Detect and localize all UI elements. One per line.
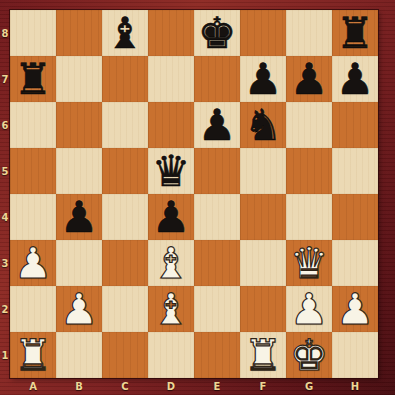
square-c5[interactable]	[102, 148, 148, 194]
square-g8[interactable]	[286, 10, 332, 56]
square-a5[interactable]	[10, 148, 56, 194]
square-e7[interactable]	[194, 56, 240, 102]
square-a3[interactable]: ♟	[10, 240, 56, 286]
square-g7[interactable]: ♟	[286, 56, 332, 102]
rank-label-1: 1	[0, 332, 10, 378]
square-b2[interactable]: ♟	[56, 286, 102, 332]
square-b6[interactable]	[56, 102, 102, 148]
white-pawn[interactable]: ♟	[60, 286, 99, 332]
square-c1[interactable]	[102, 332, 148, 378]
white-bishop[interactable]: ♝	[152, 240, 191, 286]
black-pawn[interactable]: ♟	[290, 56, 329, 102]
square-b5[interactable]	[56, 148, 102, 194]
square-f2[interactable]	[240, 286, 286, 332]
square-d4[interactable]: ♟	[148, 194, 194, 240]
white-pawn[interactable]: ♟	[336, 286, 375, 332]
square-g1[interactable]: ♚	[286, 332, 332, 378]
square-d1[interactable]	[148, 332, 194, 378]
file-label-f: F	[240, 378, 286, 395]
square-d3[interactable]: ♝	[148, 240, 194, 286]
square-g2[interactable]: ♟	[286, 286, 332, 332]
file-label-g: G	[286, 378, 332, 395]
black-pawn[interactable]: ♟	[198, 102, 237, 148]
square-f5[interactable]	[240, 148, 286, 194]
square-f4[interactable]	[240, 194, 286, 240]
black-pawn[interactable]: ♟	[60, 194, 99, 240]
square-d8[interactable]	[148, 10, 194, 56]
black-pawn[interactable]: ♟	[152, 194, 191, 240]
rank-label-8: 8	[0, 10, 10, 56]
chess-board: ♝♚♜♜♟♟♟♟♞♛♟♟♟♝♛♟♝♟♟♜♜♚	[10, 10, 378, 378]
black-pawn[interactable]: ♟	[244, 56, 283, 102]
square-g6[interactable]	[286, 102, 332, 148]
rank-label-4: 4	[0, 194, 10, 240]
square-h8[interactable]: ♜	[332, 10, 378, 56]
file-label-a: A	[10, 378, 56, 395]
file-label-b: B	[56, 378, 102, 395]
square-e5[interactable]	[194, 148, 240, 194]
file-label-d: D	[148, 378, 194, 395]
file-label-h: H	[332, 378, 378, 395]
square-e1[interactable]	[194, 332, 240, 378]
square-f8[interactable]	[240, 10, 286, 56]
file-label-c: C	[102, 378, 148, 395]
square-b7[interactable]	[56, 56, 102, 102]
square-c4[interactable]	[102, 194, 148, 240]
square-a8[interactable]	[10, 10, 56, 56]
square-a7[interactable]: ♜	[10, 56, 56, 102]
black-rook[interactable]: ♜	[14, 56, 53, 102]
square-f6[interactable]: ♞	[240, 102, 286, 148]
rank-label-5: 5	[0, 148, 10, 194]
square-d6[interactable]	[148, 102, 194, 148]
rank-label-6: 6	[0, 102, 10, 148]
square-b8[interactable]	[56, 10, 102, 56]
square-c3[interactable]	[102, 240, 148, 286]
rank-label-2: 2	[0, 286, 10, 332]
white-pawn[interactable]: ♟	[290, 286, 329, 332]
square-h5[interactable]	[332, 148, 378, 194]
square-h7[interactable]: ♟	[332, 56, 378, 102]
square-f1[interactable]: ♜	[240, 332, 286, 378]
square-a4[interactable]	[10, 194, 56, 240]
square-c8[interactable]: ♝	[102, 10, 148, 56]
black-knight[interactable]: ♞	[244, 102, 283, 148]
square-d2[interactable]: ♝	[148, 286, 194, 332]
square-g5[interactable]	[286, 148, 332, 194]
square-e8[interactable]: ♚	[194, 10, 240, 56]
square-b4[interactable]: ♟	[56, 194, 102, 240]
white-queen[interactable]: ♛	[290, 240, 329, 286]
square-g4[interactable]	[286, 194, 332, 240]
square-f3[interactable]	[240, 240, 286, 286]
square-f7[interactable]: ♟	[240, 56, 286, 102]
square-c2[interactable]	[102, 286, 148, 332]
white-bishop[interactable]: ♝	[152, 286, 191, 332]
white-rook[interactable]: ♜	[14, 332, 53, 378]
square-e4[interactable]	[194, 194, 240, 240]
square-g3[interactable]: ♛	[286, 240, 332, 286]
square-a2[interactable]	[10, 286, 56, 332]
square-e6[interactable]: ♟	[194, 102, 240, 148]
square-c7[interactable]	[102, 56, 148, 102]
square-e3[interactable]	[194, 240, 240, 286]
square-h2[interactable]: ♟	[332, 286, 378, 332]
black-pawn[interactable]: ♟	[336, 56, 375, 102]
white-king[interactable]: ♚	[290, 332, 329, 378]
square-h4[interactable]	[332, 194, 378, 240]
black-king[interactable]: ♚	[198, 10, 237, 56]
square-d5[interactable]: ♛	[148, 148, 194, 194]
square-a1[interactable]: ♜	[10, 332, 56, 378]
rank-label-7: 7	[0, 56, 10, 102]
rank-label-3: 3	[0, 240, 10, 286]
square-e2[interactable]	[194, 286, 240, 332]
black-bishop[interactable]: ♝	[106, 10, 145, 56]
white-pawn[interactable]: ♟	[14, 240, 53, 286]
rank-labels: 87654321	[0, 10, 10, 378]
black-queen[interactable]: ♛	[152, 148, 191, 194]
square-c6[interactable]	[102, 102, 148, 148]
square-h3[interactable]	[332, 240, 378, 286]
black-rook[interactable]: ♜	[336, 10, 375, 56]
square-a6[interactable]	[10, 102, 56, 148]
chess-board-frame: 87654321 ♝♚♜♜♟♟♟♟♞♛♟♟♟♝♛♟♝♟♟♜♜♚ ABCDEFGH	[0, 0, 395, 395]
square-h1[interactable]	[332, 332, 378, 378]
file-labels: ABCDEFGH	[10, 378, 378, 395]
white-rook[interactable]: ♜	[244, 332, 283, 378]
square-h6[interactable]	[332, 102, 378, 148]
square-b1[interactable]	[56, 332, 102, 378]
file-label-e: E	[194, 378, 240, 395]
square-d7[interactable]	[148, 56, 194, 102]
square-b3[interactable]	[56, 240, 102, 286]
